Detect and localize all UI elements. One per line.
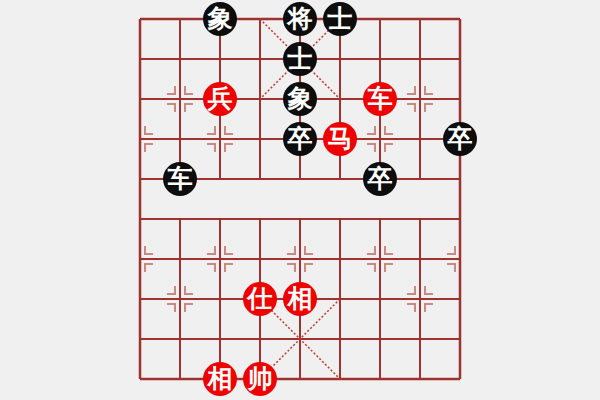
piece-red-advisor[interactable]: 仕 xyxy=(243,282,277,316)
piece-red-horse[interactable]: 马 xyxy=(323,122,357,156)
xiangqi-board: 象将士士兵象车卒马卒车卒仕相相帅 xyxy=(0,0,600,400)
piece-black-soldier[interactable]: 卒 xyxy=(283,122,317,156)
piece-red-elephant[interactable]: 相 xyxy=(283,282,317,316)
piece-red-elephant[interactable]: 相 xyxy=(203,362,237,396)
piece-black-soldier[interactable]: 卒 xyxy=(443,122,477,156)
piece-red-general[interactable]: 帅 xyxy=(243,362,277,396)
piece-red-soldier[interactable]: 兵 xyxy=(203,82,237,116)
piece-black-general[interactable]: 将 xyxy=(283,2,317,36)
piece-black-chariot[interactable]: 车 xyxy=(163,162,197,196)
piece-black-elephant[interactable]: 象 xyxy=(283,82,317,116)
piece-black-soldier[interactable]: 卒 xyxy=(363,162,397,196)
piece-black-elephant[interactable]: 象 xyxy=(203,2,237,36)
piece-black-advisor[interactable]: 士 xyxy=(283,42,317,76)
piece-black-advisor[interactable]: 士 xyxy=(323,2,357,36)
piece-red-chariot[interactable]: 车 xyxy=(363,82,397,116)
board-grid[interactable]: 象将士士兵象车卒马卒车卒仕相相帅 xyxy=(120,0,480,399)
